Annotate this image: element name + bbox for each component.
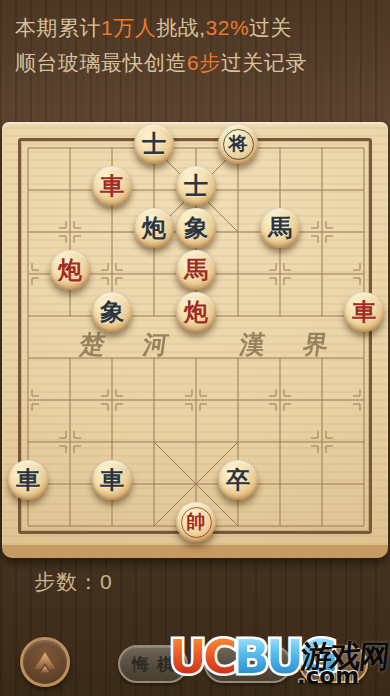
piece-black-elephant[interactable]: 象	[92, 292, 132, 332]
piece-glyph: 卒	[226, 460, 250, 500]
app-screen: 本期累计1万人挑战,32%过关 顺台玻璃最快创造6步过关记录 楚 河 漢 界 士…	[0, 0, 390, 696]
action-button-middle[interactable]	[204, 645, 292, 683]
piece-red-cannon[interactable]: 炮	[50, 250, 90, 290]
collapse-arrow-button[interactable]	[20, 637, 70, 687]
piece-glyph: 馬	[268, 208, 292, 248]
piece-glyph: 士	[184, 166, 208, 206]
xiangqi-board[interactable]: 楚 河 漢 界 士将車士炮象馬炮馬象炮車車車卒帥	[2, 122, 388, 558]
piece-glyph: 象	[184, 208, 208, 248]
piece-glyph: 車	[352, 292, 376, 332]
piece-black-cannon[interactable]: 炮	[134, 208, 174, 248]
piece-black-chariot[interactable]: 車	[92, 460, 132, 500]
piece-red-chariot[interactable]: 車	[92, 166, 132, 206]
undo-move-label: 悔棋	[132, 653, 182, 676]
piece-glyph: 炮	[58, 250, 82, 290]
piece-glyph: 車	[100, 166, 124, 206]
piece-black-advisor[interactable]: 士	[176, 166, 216, 206]
step-count-value: 0	[100, 570, 113, 593]
piece-black-soldier[interactable]: 卒	[218, 460, 258, 500]
piece-glyph: 車	[100, 460, 124, 500]
undo-move-button[interactable]: 悔棋	[118, 645, 188, 683]
piece-glyph: 馬	[184, 250, 208, 290]
piece-black-elephant[interactable]: 象	[176, 208, 216, 248]
piece-glyph: 炮	[142, 208, 166, 248]
piece-black-general[interactable]: 将	[218, 124, 258, 164]
piece-black-advisor[interactable]: 士	[134, 124, 174, 164]
piece-glyph: 将	[229, 124, 248, 164]
action-button-right[interactable]	[299, 645, 368, 683]
piece-glyph: 炮	[184, 292, 208, 332]
piece-red-cannon[interactable]: 炮	[176, 292, 216, 332]
up-arrow-icon	[23, 640, 67, 684]
piece-red-general[interactable]: 帥	[176, 502, 216, 542]
piece-red-chariot[interactable]: 車	[344, 292, 384, 332]
challenge-banner: 本期累计1万人挑战,32%过关 顺台玻璃最快创造6步过关记录	[15, 10, 385, 80]
challenge-record-line2: 顺台玻璃最快创造6步过关记录	[15, 45, 385, 80]
piece-black-horse[interactable]: 馬	[260, 208, 300, 248]
piece-red-horse[interactable]: 馬	[176, 250, 216, 290]
piece-glyph: 象	[100, 292, 124, 332]
piece-glyph: 車	[16, 460, 40, 500]
step-counter: 步数：0	[34, 568, 113, 596]
challenge-stats-line1: 本期累计1万人挑战,32%过关	[15, 10, 385, 45]
piece-grid[interactable]: 士将車士炮象馬炮馬象炮車車車卒帥	[7, 127, 385, 547]
piece-glyph: 帥	[187, 502, 206, 542]
piece-glyph: 士	[142, 124, 166, 164]
piece-black-chariot[interactable]: 車	[8, 460, 48, 500]
